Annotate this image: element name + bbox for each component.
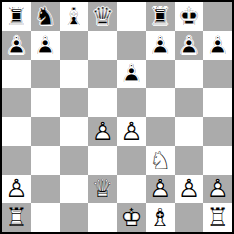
piece-black-rook: ♜♖ bbox=[2, 2, 31, 31]
piece-white-queen: ♛♕ bbox=[88, 175, 117, 204]
square-b5[interactable] bbox=[31, 88, 60, 117]
square-c2[interactable] bbox=[60, 175, 89, 204]
square-a2[interactable]: ♟♙ bbox=[2, 175, 31, 204]
square-c1[interactable] bbox=[60, 203, 89, 232]
square-a4[interactable] bbox=[2, 117, 31, 146]
square-a6[interactable] bbox=[2, 60, 31, 89]
square-b7[interactable]: ♟♙ bbox=[31, 31, 60, 60]
square-h4[interactable] bbox=[203, 117, 232, 146]
square-a7[interactable]: ♟♙ bbox=[2, 31, 31, 60]
square-a3[interactable] bbox=[2, 146, 31, 175]
square-b4[interactable] bbox=[31, 117, 60, 146]
square-f8[interactable]: ♜♖ bbox=[146, 2, 175, 31]
piece-black-rook: ♜♖ bbox=[146, 2, 175, 31]
square-c6[interactable] bbox=[60, 60, 89, 89]
piece-black-pawn: ♟♙ bbox=[117, 60, 146, 89]
square-d6[interactable] bbox=[88, 60, 117, 89]
piece-white-bishop: ♝♗ bbox=[146, 203, 175, 232]
piece-white-pawn: ♟♙ bbox=[88, 117, 117, 146]
square-g6[interactable] bbox=[175, 60, 204, 89]
square-e7[interactable] bbox=[117, 31, 146, 60]
piece-white-rook: ♜♖ bbox=[2, 203, 31, 232]
square-a5[interactable] bbox=[2, 88, 31, 117]
square-f5[interactable] bbox=[146, 88, 175, 117]
square-d7[interactable] bbox=[88, 31, 117, 60]
square-g2[interactable]: ♟♙ bbox=[175, 175, 204, 204]
square-c3[interactable] bbox=[60, 146, 89, 175]
piece-black-pawn: ♟♙ bbox=[31, 31, 60, 60]
square-e8[interactable] bbox=[117, 2, 146, 31]
square-e4[interactable]: ♟♙ bbox=[117, 117, 146, 146]
square-c8[interactable]: ♝♗ bbox=[60, 2, 89, 31]
square-d1[interactable] bbox=[88, 203, 117, 232]
square-h5[interactable] bbox=[203, 88, 232, 117]
square-f4[interactable] bbox=[146, 117, 175, 146]
square-b8[interactable]: ♞♘ bbox=[31, 2, 60, 31]
square-h2[interactable]: ♟♙ bbox=[203, 175, 232, 204]
square-b2[interactable] bbox=[31, 175, 60, 204]
square-g4[interactable] bbox=[175, 117, 204, 146]
square-g3[interactable] bbox=[175, 146, 204, 175]
piece-black-knight: ♞♘ bbox=[31, 2, 60, 31]
piece-black-pawn: ♟♙ bbox=[146, 31, 175, 60]
square-d3[interactable] bbox=[88, 146, 117, 175]
square-h7[interactable]: ♟♙ bbox=[203, 31, 232, 60]
square-b1[interactable] bbox=[31, 203, 60, 232]
square-c4[interactable] bbox=[60, 117, 89, 146]
piece-black-pawn: ♟♙ bbox=[175, 31, 204, 60]
square-b3[interactable] bbox=[31, 146, 60, 175]
piece-black-bishop: ♝♗ bbox=[60, 2, 89, 31]
piece-white-king: ♚♔ bbox=[117, 203, 146, 232]
piece-black-king: ♚♔ bbox=[175, 2, 204, 31]
piece-black-pawn: ♟♙ bbox=[203, 31, 232, 60]
square-a1[interactable]: ♜♖ bbox=[2, 203, 31, 232]
piece-white-pawn: ♟♙ bbox=[203, 175, 232, 204]
square-d4[interactable]: ♟♙ bbox=[88, 117, 117, 146]
square-f7[interactable]: ♟♙ bbox=[146, 31, 175, 60]
piece-white-pawn: ♟♙ bbox=[146, 175, 175, 204]
piece-white-pawn: ♟♙ bbox=[175, 175, 204, 204]
square-g7[interactable]: ♟♙ bbox=[175, 31, 204, 60]
square-c7[interactable] bbox=[60, 31, 89, 60]
square-g5[interactable] bbox=[175, 88, 204, 117]
piece-black-queen: ♛♕ bbox=[88, 2, 117, 31]
square-h6[interactable] bbox=[203, 60, 232, 89]
square-e1[interactable]: ♚♔ bbox=[117, 203, 146, 232]
square-g8[interactable]: ♚♔ bbox=[175, 2, 204, 31]
piece-white-knight: ♞♘ bbox=[146, 146, 175, 175]
square-g1[interactable] bbox=[175, 203, 204, 232]
piece-white-rook: ♜♖ bbox=[203, 203, 232, 232]
square-d8[interactable]: ♛♕ bbox=[88, 2, 117, 31]
square-f3[interactable]: ♞♘ bbox=[146, 146, 175, 175]
square-c5[interactable] bbox=[60, 88, 89, 117]
square-f1[interactable]: ♝♗ bbox=[146, 203, 175, 232]
square-e2[interactable] bbox=[117, 175, 146, 204]
square-f6[interactable] bbox=[146, 60, 175, 89]
square-h1[interactable]: ♜♖ bbox=[203, 203, 232, 232]
square-a8[interactable]: ♜♖ bbox=[2, 2, 31, 31]
square-d2[interactable]: ♛♕ bbox=[88, 175, 117, 204]
square-f2[interactable]: ♟♙ bbox=[146, 175, 175, 204]
square-b6[interactable] bbox=[31, 60, 60, 89]
square-h8[interactable] bbox=[203, 2, 232, 31]
chess-board: ♜♖♞♘♝♗♛♕♜♖♚♔♟♙♟♙♟♙♟♙♟♙♟♙♟♙♟♙♞♘♟♙♛♕♟♙♟♙♟♙… bbox=[0, 0, 234, 234]
piece-white-pawn: ♟♙ bbox=[2, 175, 31, 204]
square-e3[interactable] bbox=[117, 146, 146, 175]
chess-diagram: ♜♖♞♘♝♗♛♕♜♖♚♔♟♙♟♙♟♙♟♙♟♙♟♙♟♙♟♙♞♘♟♙♛♕♟♙♟♙♟♙… bbox=[0, 0, 234, 234]
square-d5[interactable] bbox=[88, 88, 117, 117]
piece-black-pawn: ♟♙ bbox=[2, 31, 31, 60]
piece-white-pawn: ♟♙ bbox=[117, 117, 146, 146]
square-e5[interactable] bbox=[117, 88, 146, 117]
square-e6[interactable]: ♟♙ bbox=[117, 60, 146, 89]
square-h3[interactable] bbox=[203, 146, 232, 175]
